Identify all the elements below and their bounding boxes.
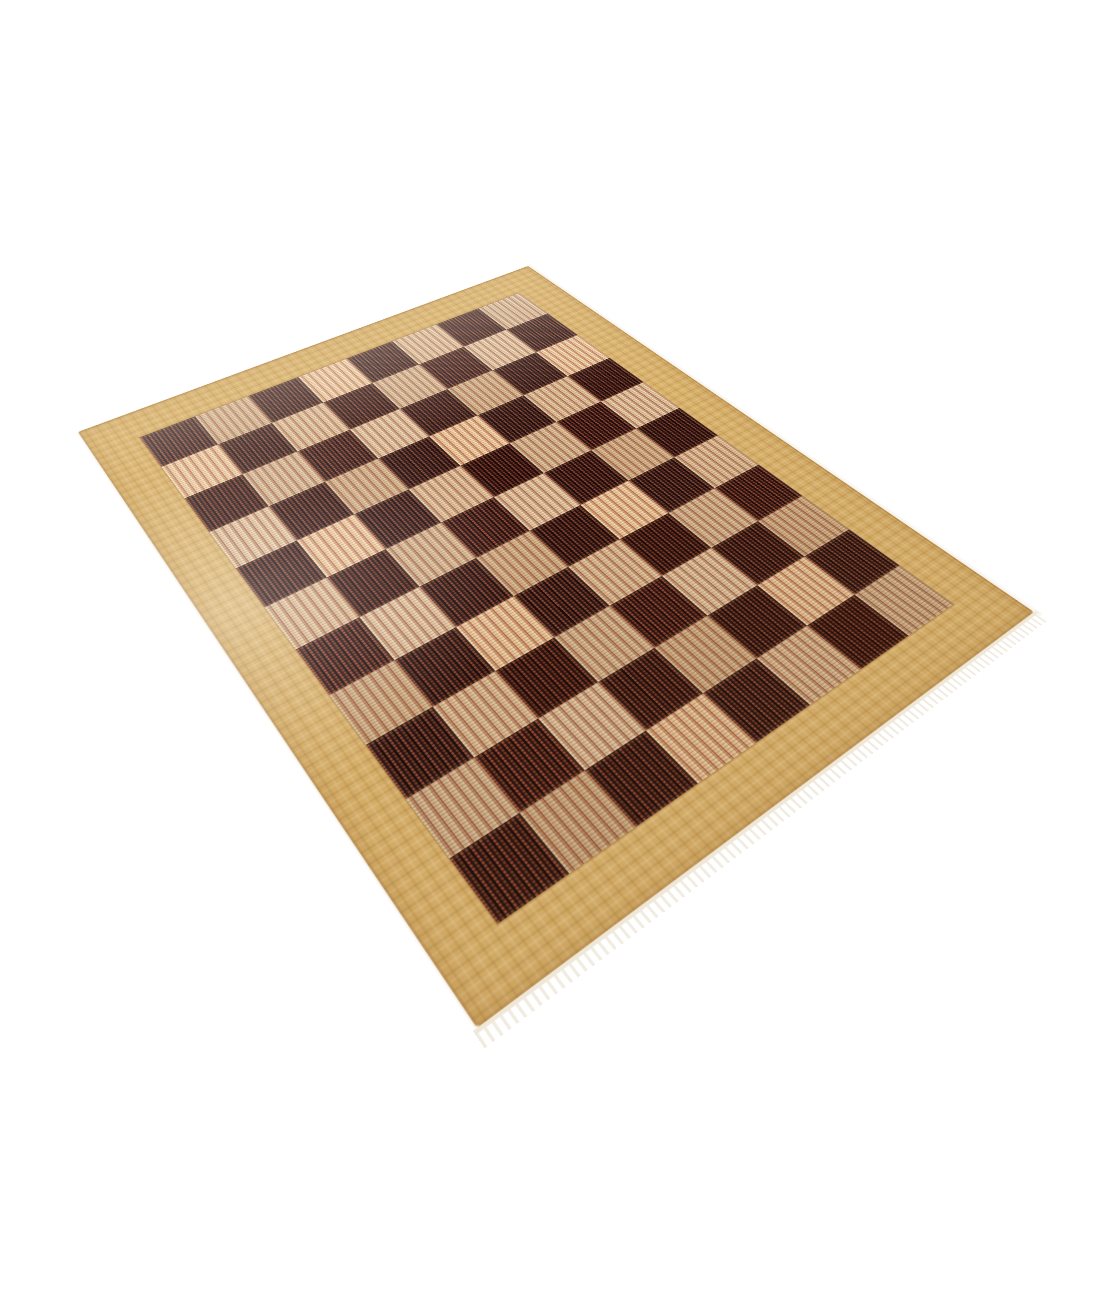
rug [78, 266, 1034, 1028]
checkerboard-field [140, 293, 954, 924]
photo-canvas [0, 0, 1100, 1300]
